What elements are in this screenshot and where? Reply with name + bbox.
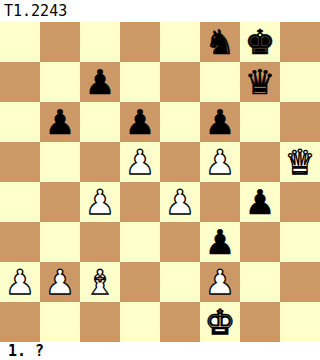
square-c7[interactable]: ♟ (80, 62, 120, 102)
square-f4[interactable] (200, 182, 240, 222)
square-a1[interactable] (0, 302, 40, 342)
square-e5[interactable] (160, 142, 200, 182)
square-a5[interactable] (0, 142, 40, 182)
black-pawn-c7[interactable]: ♟ (80, 62, 120, 102)
square-h1[interactable] (280, 302, 320, 342)
square-b6[interactable]: ♟ (40, 102, 80, 142)
move-prompt: 1. ? (8, 342, 44, 360)
title-bar: T1.2243 (0, 0, 320, 22)
square-g7[interactable]: ♛ (240, 62, 280, 102)
square-b3[interactable] (40, 222, 80, 262)
square-e2[interactable] (160, 262, 200, 302)
square-b4[interactable] (40, 182, 80, 222)
square-a6[interactable] (0, 102, 40, 142)
white-pawn-d5[interactable]: ♟ (120, 142, 160, 182)
square-g2[interactable] (240, 262, 280, 302)
black-pawn-f6[interactable]: ♟ (200, 102, 240, 142)
square-h7[interactable] (280, 62, 320, 102)
square-d6[interactable]: ♟ (120, 102, 160, 142)
black-king-g8[interactable]: ♚ (240, 22, 280, 62)
square-c2[interactable]: ♝ (80, 262, 120, 302)
square-f6[interactable]: ♟ (200, 102, 240, 142)
square-h3[interactable] (280, 222, 320, 262)
square-f2[interactable]: ♟ (200, 262, 240, 302)
square-d1[interactable] (120, 302, 160, 342)
square-h4[interactable] (280, 182, 320, 222)
white-king-f1[interactable]: ♚ (200, 302, 240, 342)
white-pawn-f2[interactable]: ♟ (200, 262, 240, 302)
square-g8[interactable]: ♚ (240, 22, 280, 62)
square-e7[interactable] (160, 62, 200, 102)
black-pawn-b6[interactable]: ♟ (40, 102, 80, 142)
square-f8[interactable]: ♞ (200, 22, 240, 62)
square-f7[interactable] (200, 62, 240, 102)
square-b8[interactable] (40, 22, 80, 62)
square-d5[interactable]: ♟ (120, 142, 160, 182)
square-c1[interactable] (80, 302, 120, 342)
square-g3[interactable] (240, 222, 280, 262)
chess-board: ♞♚♟♛♟♟♟♟♟♛♟♟♟♟♟♟♝♟♚ (0, 22, 320, 342)
white-pawn-c4[interactable]: ♟ (80, 182, 120, 222)
square-a2[interactable]: ♟ (0, 262, 40, 302)
square-c5[interactable] (80, 142, 120, 182)
white-pawn-f5[interactable]: ♟ (200, 142, 240, 182)
white-queen-h5[interactable]: ♛ (280, 142, 320, 182)
square-c4[interactable]: ♟ (80, 182, 120, 222)
square-g4[interactable]: ♟ (240, 182, 280, 222)
square-d7[interactable] (120, 62, 160, 102)
square-d3[interactable] (120, 222, 160, 262)
white-pawn-a2[interactable]: ♟ (0, 262, 40, 302)
square-e3[interactable] (160, 222, 200, 262)
white-pawn-b2[interactable]: ♟ (40, 262, 80, 302)
square-a7[interactable] (0, 62, 40, 102)
square-h6[interactable] (280, 102, 320, 142)
square-b7[interactable] (40, 62, 80, 102)
square-h8[interactable] (280, 22, 320, 62)
square-d2[interactable] (120, 262, 160, 302)
square-c6[interactable] (80, 102, 120, 142)
square-a8[interactable] (0, 22, 40, 62)
square-b5[interactable] (40, 142, 80, 182)
white-bishop-c2[interactable]: ♝ (80, 262, 120, 302)
square-b1[interactable] (40, 302, 80, 342)
square-f5[interactable]: ♟ (200, 142, 240, 182)
white-pawn-e4[interactable]: ♟ (160, 182, 200, 222)
square-e4[interactable]: ♟ (160, 182, 200, 222)
square-a4[interactable] (0, 182, 40, 222)
square-g6[interactable] (240, 102, 280, 142)
square-f3[interactable]: ♟ (200, 222, 240, 262)
square-h5[interactable]: ♛ (280, 142, 320, 182)
black-pawn-f3[interactable]: ♟ (200, 222, 240, 262)
square-g5[interactable] (240, 142, 280, 182)
black-pawn-d6[interactable]: ♟ (120, 102, 160, 142)
square-h2[interactable] (280, 262, 320, 302)
square-e8[interactable] (160, 22, 200, 62)
square-g1[interactable] (240, 302, 280, 342)
black-queen-g7[interactable]: ♛ (240, 62, 280, 102)
square-d4[interactable] (120, 182, 160, 222)
square-e6[interactable] (160, 102, 200, 142)
black-pawn-g4[interactable]: ♟ (240, 182, 280, 222)
black-knight-f8[interactable]: ♞ (200, 22, 240, 62)
square-f1[interactable]: ♚ (200, 302, 240, 342)
status-bar: 1. ? (0, 342, 320, 360)
square-d8[interactable] (120, 22, 160, 62)
square-c3[interactable] (80, 222, 120, 262)
square-b2[interactable]: ♟ (40, 262, 80, 302)
puzzle-id: T1.2243 (4, 2, 67, 20)
square-a3[interactable] (0, 222, 40, 262)
square-c8[interactable] (80, 22, 120, 62)
square-e1[interactable] (160, 302, 200, 342)
